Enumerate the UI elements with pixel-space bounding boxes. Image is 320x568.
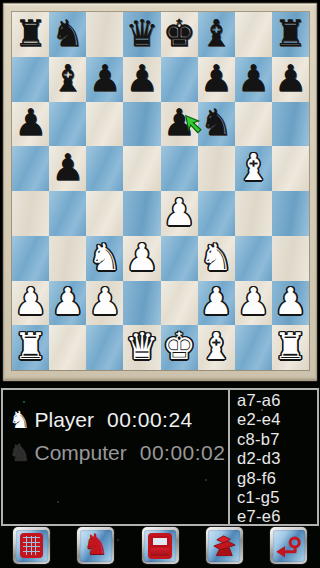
square-g5[interactable]: ♝ [235,146,272,191]
status-area: ♞ Player 00:00:24 ♞ Computer 00:00:02 a7… [0,384,320,568]
white-bishop[interactable]: ♝ [237,149,270,186]
square-g1[interactable] [235,325,272,370]
square-c3[interactable]: ♞ [86,236,123,281]
square-f2[interactable]: ♟ [198,281,235,326]
square-a1[interactable]: ♜ [12,325,49,370]
chess-board-frame: ♜♞♛♚♝♜♝♟♟♟♟♟♟♟ ♞♟♝♟♞♟♞♟♟♟♟♟♟♜♛♚♝♜ [2,2,318,382]
player-clock-row: ♞ Player 00:00:24 [9,407,228,433]
square-f1[interactable]: ♝ [198,325,235,370]
info-panel: ♞ Player 00:00:24 ♞ Computer 00:00:02 a7… [1,388,319,526]
white-pawn[interactable]: ♟ [237,283,270,320]
square-c4[interactable] [86,191,123,236]
square-b4[interactable] [49,191,86,236]
square-d6[interactable] [123,102,160,147]
square-e4[interactable]: ♟ [161,191,198,236]
white-pawn[interactable]: ♟ [162,194,195,231]
square-g7[interactable]: ♟ [235,57,272,102]
computer-clock-row: ♞ Computer 00:00:02 [9,440,228,466]
square-e2[interactable] [161,281,198,326]
white-pawn[interactable]: ♟ [51,283,84,320]
square-b8[interactable]: ♞ [49,12,86,57]
piece-pile-button[interactable] [206,527,243,564]
move-item: c8-b7 [237,430,317,449]
clock-area: ♞ Player 00:00:24 ♞ Computer 00:00:02 [3,390,228,524]
square-h7[interactable]: ♟ [272,57,309,102]
white-rook[interactable]: ♜ [14,328,47,365]
square-h4[interactable] [272,191,309,236]
toolbar: ♞ [0,527,320,564]
white-rook[interactable]: ♜ [274,328,307,365]
black-pawn[interactable]: ♟ [51,149,84,186]
square-b1[interactable] [49,325,86,370]
square-e8[interactable]: ♚ [161,12,198,57]
square-b2[interactable]: ♟ [49,281,86,326]
undo-button[interactable] [270,527,307,564]
panels-button[interactable] [142,527,179,564]
black-pawn[interactable]: ♟ [162,104,195,141]
black-rook[interactable]: ♜ [14,15,47,52]
black-knight[interactable]: ♞ [200,104,233,141]
black-pawn[interactable]: ♟ [200,60,233,97]
move-list[interactable]: a7-a6e2-e4c8-b7d2-d3g8-f6c1-g5e7-e6 [228,390,317,524]
square-f6[interactable]: ♞ [198,102,235,147]
player-label: Player [35,408,95,432]
computer-label: Computer [35,441,127,465]
square-g8[interactable] [235,12,272,57]
square-h8[interactable]: ♜ [272,12,309,57]
knight-piece-icon: ♞ [83,530,109,559]
square-e1[interactable]: ♚ [161,325,198,370]
black-bishop[interactable]: ♝ [200,15,233,52]
white-pawn[interactable]: ♟ [88,283,121,320]
white-queen[interactable]: ♛ [125,328,158,365]
black-king[interactable]: ♚ [162,15,195,52]
square-g6[interactable] [235,102,272,147]
white-pawn[interactable]: ♟ [274,283,307,320]
computer-time: 00:00:02 [140,441,226,465]
square-h2[interactable]: ♟ [272,281,309,326]
square-e3[interactable] [161,236,198,281]
grid-board-icon [20,533,43,558]
square-b5[interactable]: ♟ [49,146,86,191]
square-a3[interactable] [12,236,49,281]
square-e7[interactable] [161,57,198,102]
split-panels-icon [148,533,172,559]
black-pawn[interactable]: ♟ [14,104,47,141]
square-d2[interactable] [123,281,160,326]
square-g4[interactable] [235,191,272,236]
black-knight[interactable]: ♞ [51,15,84,52]
square-c6[interactable] [86,102,123,147]
square-d1[interactable]: ♛ [123,325,160,370]
knight-button[interactable]: ♞ [77,527,114,564]
square-d3[interactable]: ♟ [123,236,160,281]
square-f3[interactable]: ♞ [198,236,235,281]
square-h5[interactable] [272,146,309,191]
square-a5[interactable] [12,146,49,191]
square-f5[interactable] [198,146,235,191]
undo-arrow-icon [275,533,303,559]
square-a8[interactable]: ♜ [12,12,49,57]
piece-pile-icon [211,533,238,558]
square-c1[interactable] [86,325,123,370]
square-b7[interactable]: ♝ [49,57,86,102]
black-bishop[interactable]: ♝ [51,60,84,97]
white-pawn[interactable]: ♟ [125,239,158,276]
square-a6[interactable]: ♟ [12,102,49,147]
square-c7[interactable]: ♟ [86,57,123,102]
square-g2[interactable]: ♟ [235,281,272,326]
grid-button[interactable] [13,527,50,564]
black-pawn[interactable]: ♟ [274,60,307,97]
move-item: a7-a6 [237,391,317,410]
black-queen[interactable]: ♛ [125,15,158,52]
square-b6[interactable] [49,102,86,147]
square-d4[interactable] [123,191,160,236]
square-g3[interactable] [235,236,272,281]
move-item: e2-e4 [237,410,317,429]
square-h1[interactable]: ♜ [272,325,309,370]
square-f4[interactable] [198,191,235,236]
square-c5[interactable] [86,146,123,191]
square-h6[interactable] [272,102,309,147]
player-time: 00:00:24 [107,408,193,432]
square-c8[interactable] [86,12,123,57]
square-a7[interactable] [12,57,49,102]
move-item: d2-d3 [237,449,317,468]
square-d8[interactable]: ♛ [123,12,160,57]
black-pawn[interactable]: ♟ [237,60,270,97]
square-f8[interactable]: ♝ [198,12,235,57]
black-knight-icon: ♞ [9,441,31,465]
square-a4[interactable] [12,191,49,236]
white-king[interactable]: ♚ [162,328,195,365]
square-h3[interactable] [272,236,309,281]
black-pawn[interactable]: ♟ [88,60,121,97]
move-item: c1-g5 [237,488,317,507]
board[interactable]: ♜♞♛♚♝♜♝♟♟♟♟♟♟♟ ♞♟♝♟♞♟♞♟♟♟♟♟♟♜♛♚♝♜ [12,12,309,370]
square-e6[interactable]: ♟ [161,102,198,147]
white-pawn[interactable]: ♟ [200,283,233,320]
square-a2[interactable]: ♟ [12,281,49,326]
square-d7[interactable]: ♟ [123,57,160,102]
move-item: e7-e6 [237,507,317,524]
black-pawn[interactable]: ♟ [125,60,158,97]
white-bishop[interactable]: ♝ [200,328,233,365]
move-item: g8-f6 [237,469,317,488]
black-rook[interactable]: ♜ [274,15,307,52]
white-knight-icon: ♞ [9,408,31,432]
square-f7[interactable]: ♟ [198,57,235,102]
square-d5[interactable] [123,146,160,191]
square-e5[interactable] [161,146,198,191]
white-pawn[interactable]: ♟ [14,283,47,320]
square-b3[interactable] [49,236,86,281]
square-c2[interactable]: ♟ [86,281,123,326]
white-knight[interactable]: ♞ [200,239,233,276]
white-knight[interactable]: ♞ [88,239,121,276]
